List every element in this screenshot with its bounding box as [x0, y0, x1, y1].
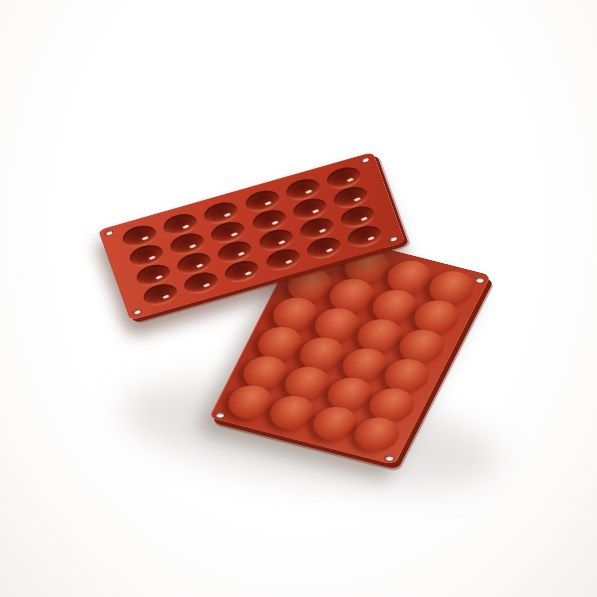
product-photo-scene: [0, 0, 597, 597]
cavity-tray: [98, 152, 405, 321]
hanging-hole: [105, 230, 113, 236]
hanging-hole: [361, 157, 369, 163]
hanging-hole: [389, 236, 397, 242]
hanging-hole: [133, 309, 141, 315]
cavity-tray-layer: [0, 0, 597, 597]
cavity-grid: [115, 162, 388, 310]
